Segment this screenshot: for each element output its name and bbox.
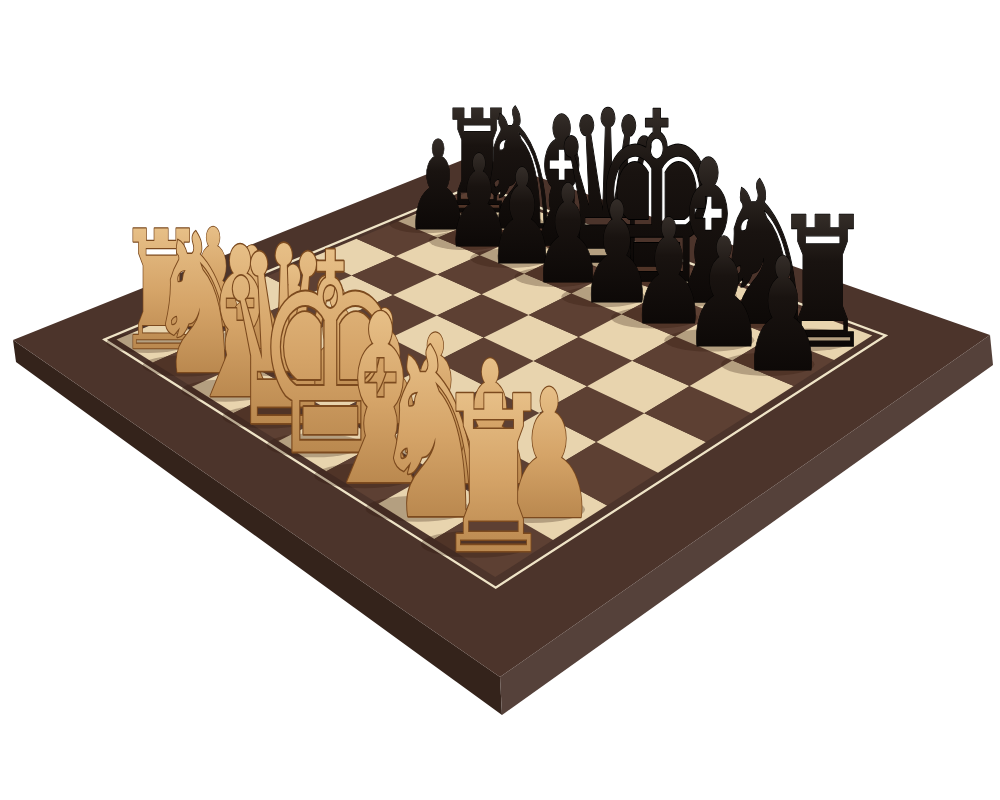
chess-set-photo: ♜♞♟♝♟♛♟♚♟♝♟♞♟♟♜♟♟♜♟♟♞♟♝♛♟♚♟♝♟♞♟♜: [0, 0, 1000, 800]
piece-black-pawn-h7[interactable]: ♟: [740, 224, 826, 408]
piece-white-rook-h1[interactable]: ♜: [434, 351, 552, 602]
chessboard: ♜♞♟♝♟♛♟♚♟♝♟♞♟♟♜♟♟♜♟♟♞♟♝♛♟♚♟♝♟♞♟♜: [0, 0, 1000, 800]
